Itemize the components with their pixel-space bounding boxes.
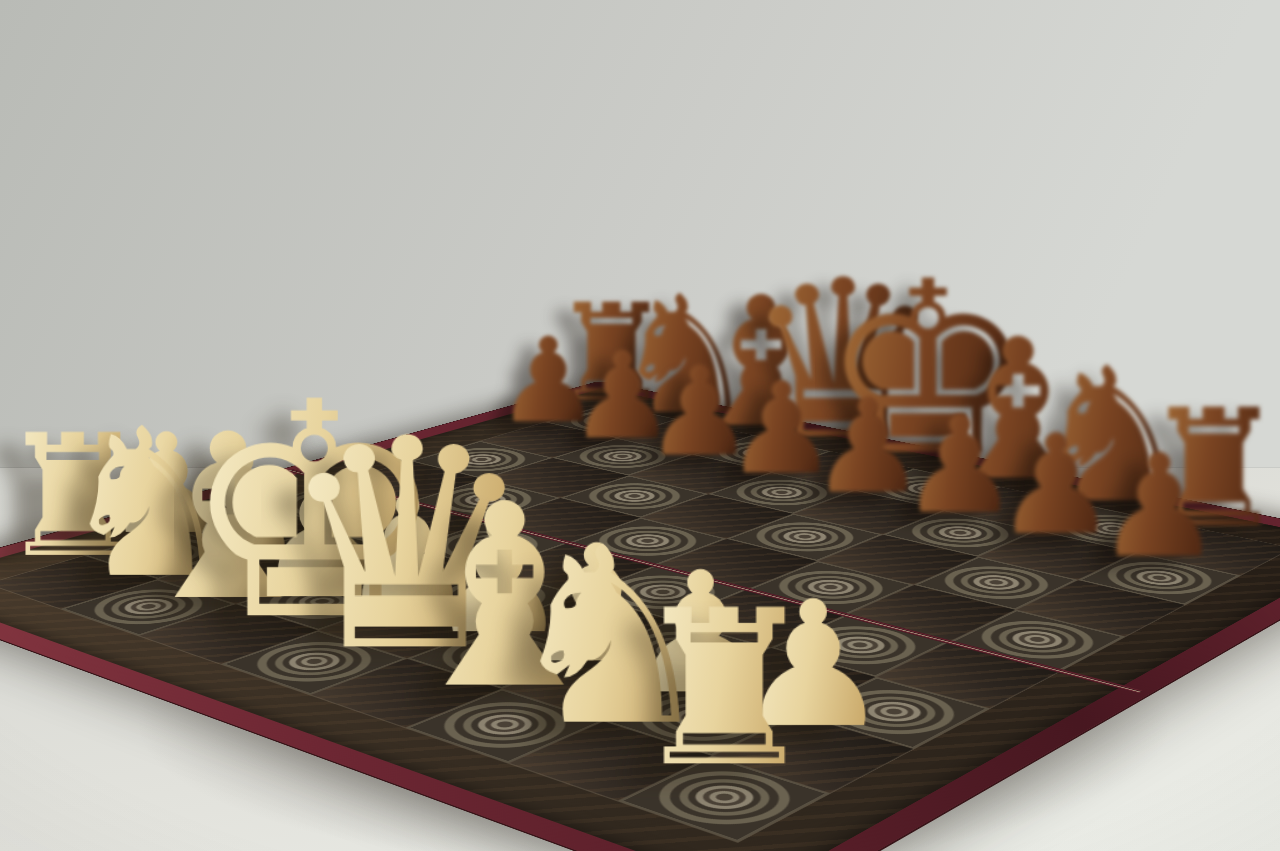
perspective-stage: ♜♞♝♚♛♝♞♜♟♟♟♟♟♟♟♟♟♟♟♟♟♟♟♟♜♞♝♛♚♝♞♜ [0, 0, 1280, 851]
board-grid [0, 404, 1280, 842]
chess-board: ♜♞♝♚♛♝♞♜♟♟♟♟♟♟♟♟♟♟♟♟♟♟♟♟♜♞♝♛♚♝♞♜ [0, 381, 1280, 851]
chess-photo-scene: ♜♞♝♚♛♝♞♜♟♟♟♟♟♟♟♟♟♟♟♟♟♟♟♟♜♞♝♛♚♝♞♜ [0, 0, 1280, 851]
